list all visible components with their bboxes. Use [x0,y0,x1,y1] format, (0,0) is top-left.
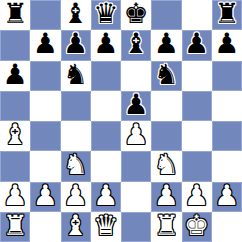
square-a4[interactable]: ♝ [0,121,30,151]
square-f5[interactable] [151,91,181,121]
piece-black-rook[interactable]: ♜ [214,0,239,28]
square-e8[interactable]: ♚ [121,0,151,30]
piece-black-pawn[interactable]: ♟ [124,91,149,119]
square-e6[interactable] [121,61,151,91]
square-d8[interactable]: ♛ [91,0,121,30]
piece-black-queen[interactable]: ♛ [93,0,118,28]
square-h2[interactable]: ♟ [212,182,242,212]
square-g4[interactable] [182,121,212,151]
square-e5[interactable]: ♟ [121,91,151,121]
square-h7[interactable]: ♟ [212,30,242,60]
square-b4[interactable] [30,121,60,151]
square-h6[interactable] [212,61,242,91]
square-a5[interactable] [0,91,30,121]
square-e1[interactable] [121,212,151,242]
square-a7[interactable] [0,30,30,60]
piece-white-bishop[interactable]: ♝ [3,121,28,149]
square-f8[interactable] [151,0,181,30]
square-d2[interactable]: ♟ [91,182,121,212]
piece-black-bishop[interactable]: ♝ [124,30,149,58]
square-g1[interactable]: ♚ [182,212,212,242]
square-c2[interactable]: ♟ [61,182,91,212]
piece-black-pawn[interactable]: ♟ [33,30,58,58]
square-a1[interactable]: ♜ [0,212,30,242]
square-b1[interactable] [30,212,60,242]
square-f4[interactable] [151,121,181,151]
piece-white-knight[interactable]: ♞ [63,151,88,179]
square-c7[interactable]: ♟ [61,30,91,60]
square-f1[interactable]: ♜ [151,212,181,242]
square-h4[interactable] [212,121,242,151]
square-c5[interactable] [61,91,91,121]
piece-white-pawn[interactable]: ♟ [3,182,28,210]
square-d6[interactable] [91,61,121,91]
square-f6[interactable]: ♞ [151,61,181,91]
piece-white-pawn[interactable]: ♟ [33,182,58,210]
square-b6[interactable] [30,61,60,91]
piece-white-pawn[interactable]: ♟ [63,182,88,210]
square-b5[interactable] [30,91,60,121]
square-d4[interactable] [91,121,121,151]
square-d1[interactable]: ♛ [91,212,121,242]
square-b7[interactable]: ♟ [30,30,60,60]
piece-black-pawn[interactable]: ♟ [3,61,28,89]
square-g3[interactable] [182,151,212,181]
piece-black-rook[interactable]: ♜ [3,0,28,28]
piece-black-pawn[interactable]: ♟ [214,30,239,58]
square-h1[interactable] [212,212,242,242]
square-c1[interactable]: ♝ [61,212,91,242]
square-f3[interactable]: ♞ [151,151,181,181]
square-g6[interactable] [182,61,212,91]
square-b3[interactable] [30,151,60,181]
square-c4[interactable] [61,121,91,151]
square-c8[interactable]: ♝ [61,0,91,30]
piece-white-king[interactable]: ♚ [184,212,209,240]
piece-black-knight[interactable]: ♞ [63,61,88,89]
piece-black-pawn[interactable]: ♟ [184,30,209,58]
piece-white-pawn[interactable]: ♟ [154,182,179,210]
square-c3[interactable]: ♞ [61,151,91,181]
piece-white-rook[interactable]: ♜ [3,212,28,240]
square-g8[interactable] [182,0,212,30]
square-h8[interactable]: ♜ [212,0,242,30]
square-e3[interactable] [121,151,151,181]
chess-board-wrap: ♜♝♛♚♜♟♟♟♝♟♟♟♟♞♞♟♝♟♞♞♟♟♟♟♟♟♟♜♝♛♜♚ [0,0,242,242]
square-b8[interactable] [30,0,60,30]
square-e7[interactable]: ♝ [121,30,151,60]
square-h3[interactable] [212,151,242,181]
square-f7[interactable]: ♟ [151,30,181,60]
piece-white-pawn[interactable]: ♟ [184,182,209,210]
piece-black-pawn[interactable]: ♟ [93,30,118,58]
piece-white-pawn[interactable]: ♟ [214,182,239,210]
piece-white-knight[interactable]: ♞ [154,151,179,179]
square-a6[interactable]: ♟ [0,61,30,91]
square-h5[interactable] [212,91,242,121]
square-a8[interactable]: ♜ [0,0,30,30]
square-a3[interactable] [0,151,30,181]
square-d7[interactable]: ♟ [91,30,121,60]
piece-white-pawn[interactable]: ♟ [124,121,149,149]
piece-black-bishop[interactable]: ♝ [63,0,88,28]
square-d5[interactable] [91,91,121,121]
piece-black-pawn[interactable]: ♟ [63,30,88,58]
square-a2[interactable]: ♟ [0,182,30,212]
square-e4[interactable]: ♟ [121,121,151,151]
square-g2[interactable]: ♟ [182,182,212,212]
square-d3[interactable] [91,151,121,181]
square-f2[interactable]: ♟ [151,182,181,212]
square-g7[interactable]: ♟ [182,30,212,60]
square-e2[interactable] [121,182,151,212]
chess-board: ♜♝♛♚♜♟♟♟♝♟♟♟♟♞♞♟♝♟♞♞♟♟♟♟♟♟♟♜♝♛♜♚ [0,0,242,242]
square-g5[interactable] [182,91,212,121]
square-b2[interactable]: ♟ [30,182,60,212]
piece-white-rook[interactable]: ♜ [154,212,179,240]
piece-white-bishop[interactable]: ♝ [63,212,88,240]
piece-white-pawn[interactable]: ♟ [93,182,118,210]
piece-black-king[interactable]: ♚ [124,0,149,28]
piece-white-queen[interactable]: ♛ [93,212,118,240]
square-c6[interactable]: ♞ [61,61,91,91]
piece-black-knight[interactable]: ♞ [154,61,179,89]
piece-black-pawn[interactable]: ♟ [154,30,179,58]
